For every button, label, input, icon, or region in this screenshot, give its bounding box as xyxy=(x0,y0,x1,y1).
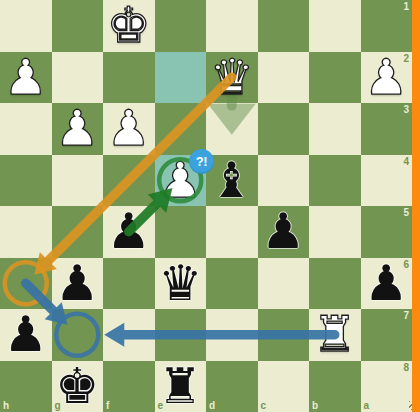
square-f1[interactable] xyxy=(103,0,155,52)
square-b1[interactable] xyxy=(309,0,361,52)
square-g1[interactable] xyxy=(52,0,104,52)
square-a1[interactable]: 1 xyxy=(361,0,413,52)
square-h1[interactable] xyxy=(0,0,52,52)
square-b3[interactable] xyxy=(309,103,361,155)
square-a7[interactable]: 7 xyxy=(361,309,413,361)
rank-label: 4 xyxy=(403,156,409,167)
square-g5[interactable] xyxy=(52,206,104,258)
square-f6[interactable] xyxy=(103,258,155,310)
file-label: d xyxy=(209,400,215,411)
square-c6[interactable] xyxy=(258,258,310,310)
side-accent-bar xyxy=(412,0,420,412)
square-g2[interactable] xyxy=(52,52,104,104)
inaccuracy-badge: ?! xyxy=(189,149,214,174)
square-a3[interactable]: 3 xyxy=(361,103,413,155)
square-a2[interactable]: 2 xyxy=(361,52,413,104)
square-e1[interactable] xyxy=(155,0,207,52)
square-f2[interactable] xyxy=(103,52,155,104)
square-f3[interactable] xyxy=(103,103,155,155)
file-label: a xyxy=(364,400,370,411)
square-g6[interactable] xyxy=(52,258,104,310)
file-label: h xyxy=(3,400,9,411)
file-label: b xyxy=(312,400,318,411)
rank-label: 1 xyxy=(403,1,409,12)
square-c4[interactable] xyxy=(258,155,310,207)
rank-label: 6 xyxy=(403,259,409,270)
square-f8[interactable]: f xyxy=(103,361,155,412)
rank-label: 5 xyxy=(403,207,409,218)
square-c1[interactable] xyxy=(258,0,310,52)
file-label: g xyxy=(55,400,61,411)
square-g7[interactable] xyxy=(52,309,104,361)
square-a4[interactable]: 4 xyxy=(361,155,413,207)
file-label: e xyxy=(158,400,164,411)
square-e6[interactable] xyxy=(155,258,207,310)
rank-label: 3 xyxy=(403,104,409,115)
square-a6[interactable]: 6 xyxy=(361,258,413,310)
square-h5[interactable] xyxy=(0,206,52,258)
square-e3[interactable] xyxy=(155,103,207,155)
square-b5[interactable] xyxy=(309,206,361,258)
square-c7[interactable] xyxy=(258,309,310,361)
square-d8[interactable]: d xyxy=(206,361,258,412)
square-h7[interactable] xyxy=(0,309,52,361)
square-h3[interactable] xyxy=(0,103,52,155)
square-f7[interactable] xyxy=(103,309,155,361)
square-b4[interactable] xyxy=(309,155,361,207)
square-c2[interactable] xyxy=(258,52,310,104)
analysis-board-region: 1234567hgfedcba8 ♚♛♜♟♟♟♟♟♚♜♛♝♟♟♟♟♟ ?! xyxy=(0,0,420,412)
square-b6[interactable] xyxy=(309,258,361,310)
square-d1[interactable] xyxy=(206,0,258,52)
square-d5[interactable] xyxy=(206,206,258,258)
rank-label: 2 xyxy=(403,53,409,64)
square-e2[interactable] xyxy=(155,52,207,104)
square-b2[interactable] xyxy=(309,52,361,104)
square-g4[interactable] xyxy=(52,155,104,207)
square-a8[interactable]: a8 xyxy=(361,361,413,412)
square-d7[interactable] xyxy=(206,309,258,361)
square-d2[interactable] xyxy=(206,52,258,104)
square-h8[interactable]: h xyxy=(0,361,52,412)
square-f5[interactable] xyxy=(103,206,155,258)
square-c5[interactable] xyxy=(258,206,310,258)
square-g8[interactable]: g xyxy=(52,361,104,412)
file-label: f xyxy=(106,400,109,411)
square-g3[interactable] xyxy=(52,103,104,155)
rank-label: 8 xyxy=(403,362,409,373)
square-h2[interactable] xyxy=(0,52,52,104)
square-f4[interactable] xyxy=(103,155,155,207)
square-h4[interactable] xyxy=(0,155,52,207)
square-d6[interactable] xyxy=(206,258,258,310)
square-d3[interactable] xyxy=(206,103,258,155)
square-e5[interactable] xyxy=(155,206,207,258)
square-e7[interactable] xyxy=(155,309,207,361)
square-b7[interactable] xyxy=(309,309,361,361)
chess-board[interactable]: 1234567hgfedcba8 xyxy=(0,0,412,412)
square-c3[interactable] xyxy=(258,103,310,155)
square-c8[interactable]: c xyxy=(258,361,310,412)
square-a5[interactable]: 5 xyxy=(361,206,413,258)
square-e8[interactable]: e xyxy=(155,361,207,412)
file-label: c xyxy=(261,400,267,411)
square-h6[interactable] xyxy=(0,258,52,310)
rank-label: 7 xyxy=(403,310,409,321)
square-b8[interactable]: b xyxy=(309,361,361,412)
